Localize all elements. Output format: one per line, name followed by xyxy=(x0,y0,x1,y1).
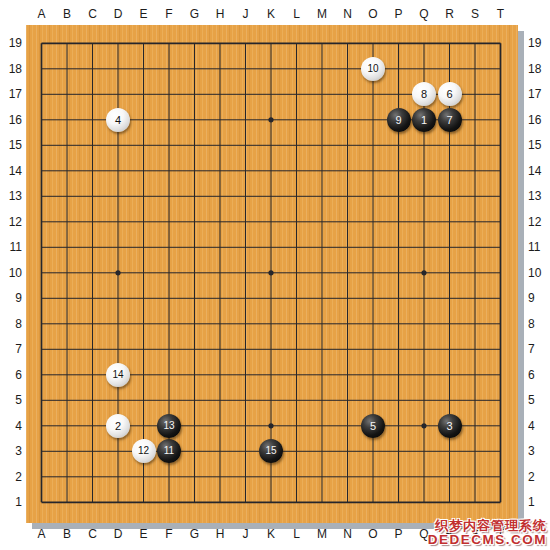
stones-layer: 123456789101112131415 xyxy=(29,31,514,516)
coord-label-left-5: 5 xyxy=(0,392,22,408)
coord-label-left-13: 13 xyxy=(0,188,22,204)
stone-white-e3-move-12: 12 xyxy=(132,439,156,463)
coord-label-left-3: 3 xyxy=(0,443,22,459)
coord-label-left-8: 8 xyxy=(0,316,22,332)
coord-label-right-2: 2 xyxy=(528,469,550,485)
stone-white-q17-move-8: 8 xyxy=(412,82,436,106)
coord-label-top-q: Q xyxy=(412,6,436,22)
coord-label-top-e: E xyxy=(132,6,156,22)
coord-label-right-18: 18 xyxy=(528,61,550,77)
coord-label-right-9: 9 xyxy=(528,290,550,306)
watermark: 织梦内容管理系统 DEDECMS.COM xyxy=(428,519,547,547)
coord-label-bottom-l: L xyxy=(285,526,309,542)
coord-label-top-s: S xyxy=(463,6,487,22)
go-game-diagram: 123456789101112131415 AABBCCDDEEFFGGHHJJ… xyxy=(0,0,550,550)
coord-label-top-g: G xyxy=(183,6,207,22)
coord-label-bottom-e: E xyxy=(132,526,156,542)
coord-label-bottom-o: O xyxy=(361,526,385,542)
coord-label-bottom-m: M xyxy=(310,526,334,542)
coord-label-bottom-p: P xyxy=(387,526,411,542)
coord-label-bottom-a: A xyxy=(30,526,54,542)
coord-label-left-12: 12 xyxy=(0,214,22,230)
coord-label-left-1: 1 xyxy=(0,494,22,510)
coord-label-top-h: H xyxy=(208,6,232,22)
coord-label-right-12: 12 xyxy=(528,214,550,230)
coord-label-left-16: 16 xyxy=(0,112,22,128)
stone-black-r4-move-3: 3 xyxy=(438,414,462,438)
stone-black-f3-move-11: 11 xyxy=(157,439,181,463)
coord-label-right-4: 4 xyxy=(528,418,550,434)
stone-white-r17-move-6: 6 xyxy=(438,82,462,106)
stone-white-d16-move-4: 4 xyxy=(106,108,130,132)
coord-label-top-o: O xyxy=(361,6,385,22)
coord-label-left-18: 18 xyxy=(0,61,22,77)
coord-label-bottom-n: N xyxy=(336,526,360,542)
coord-label-top-d: D xyxy=(106,6,130,22)
watermark-chinese-text: 织梦内容管理系统 xyxy=(428,519,547,533)
coord-label-right-8: 8 xyxy=(528,316,550,332)
go-board[interactable]: 123456789101112131415 xyxy=(26,25,518,523)
coord-label-bottom-b: B xyxy=(55,526,79,542)
stone-black-r16-move-7: 7 xyxy=(438,108,462,132)
watermark-dedecms-text: DEDECMS.COM xyxy=(428,533,547,547)
coord-label-right-11: 11 xyxy=(528,239,550,255)
coord-label-left-19: 19 xyxy=(0,35,22,51)
coord-label-right-14: 14 xyxy=(528,163,550,179)
coord-label-top-b: B xyxy=(55,6,79,22)
coord-label-left-17: 17 xyxy=(0,86,22,102)
coord-label-left-6: 6 xyxy=(0,367,22,383)
coord-label-right-1: 1 xyxy=(528,494,550,510)
coord-label-left-4: 4 xyxy=(0,418,22,434)
coord-label-left-2: 2 xyxy=(0,469,22,485)
coord-label-top-j: J xyxy=(234,6,258,22)
coord-label-right-6: 6 xyxy=(528,367,550,383)
coord-label-left-15: 15 xyxy=(0,137,22,153)
coord-label-top-m: M xyxy=(310,6,334,22)
coord-label-bottom-k: K xyxy=(259,526,283,542)
coord-label-bottom-h: H xyxy=(208,526,232,542)
coord-label-right-13: 13 xyxy=(528,188,550,204)
coord-label-bottom-c: C xyxy=(81,526,105,542)
coord-label-bottom-d: D xyxy=(106,526,130,542)
stone-white-d4-move-2: 2 xyxy=(106,414,130,438)
stone-white-o18-move-10: 10 xyxy=(361,57,385,81)
coord-label-bottom-j: J xyxy=(234,526,258,542)
stone-black-p16-move-9: 9 xyxy=(387,108,411,132)
coord-label-top-l: L xyxy=(285,6,309,22)
coord-label-top-t: T xyxy=(489,6,513,22)
coord-label-right-17: 17 xyxy=(528,86,550,102)
coord-label-right-5: 5 xyxy=(528,392,550,408)
coord-label-top-f: F xyxy=(157,6,181,22)
coord-label-right-16: 16 xyxy=(528,112,550,128)
stone-black-o4-move-5: 5 xyxy=(361,414,385,438)
coord-label-bottom-g: G xyxy=(183,526,207,542)
coord-label-left-10: 10 xyxy=(0,265,22,281)
stone-black-f4-move-13: 13 xyxy=(157,414,181,438)
coord-label-top-r: R xyxy=(438,6,462,22)
coord-label-left-7: 7 xyxy=(0,341,22,357)
coord-label-right-15: 15 xyxy=(528,137,550,153)
stone-black-q16-move-1: 1 xyxy=(412,108,436,132)
coord-label-bottom-f: F xyxy=(157,526,181,542)
stone-black-k3-move-15: 15 xyxy=(259,439,283,463)
coord-label-right-3: 3 xyxy=(528,443,550,459)
coord-label-top-c: C xyxy=(81,6,105,22)
coord-label-top-p: P xyxy=(387,6,411,22)
coord-label-left-11: 11 xyxy=(0,239,22,255)
coord-label-top-a: A xyxy=(30,6,54,22)
coord-label-right-10: 10 xyxy=(528,265,550,281)
coord-label-right-7: 7 xyxy=(528,341,550,357)
coord-label-left-14: 14 xyxy=(0,163,22,179)
stone-white-d6-move-14: 14 xyxy=(106,363,130,387)
coord-label-top-n: N xyxy=(336,6,360,22)
coord-label-right-19: 19 xyxy=(528,35,550,51)
coord-label-left-9: 9 xyxy=(0,290,22,306)
coord-label-top-k: K xyxy=(259,6,283,22)
